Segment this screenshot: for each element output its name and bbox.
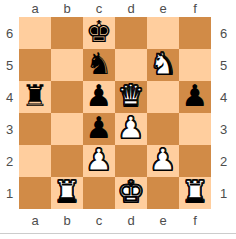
square-d6[interactable] [115,17,147,49]
piece-white-knight-e5[interactable]: ♞ [150,49,177,79]
square-a3[interactable] [19,113,51,145]
file-label-bottom-e: e [147,209,179,231]
file-label-top-a: a [19,0,51,17]
square-d2[interactable] [115,145,147,177]
square-c1[interactable] [83,177,115,209]
file-label-top-b: b [51,0,83,17]
square-a2[interactable] [19,145,51,177]
square-e6[interactable] [147,17,179,49]
square-f3[interactable] [179,113,211,145]
square-f2[interactable] [179,145,211,177]
square-d3[interactable]: ♟ [115,113,147,145]
square-e5[interactable]: ♞ [147,49,179,81]
file-label-bottom-b: b [51,209,83,231]
file-label-bottom-c: c [83,209,115,231]
piece-white-rook-b1[interactable]: ♜ [54,177,81,207]
piece-white-king-d1[interactable]: ♚ [118,177,145,207]
piece-white-pawn-c2[interactable]: ♟ [86,145,113,175]
square-c4[interactable]: ♟ [83,81,115,113]
square-f6[interactable] [179,17,211,49]
piece-black-pawn-c3[interactable]: ♟ [86,113,113,143]
square-f4[interactable]: ♟ [179,81,211,113]
rank-label-right-5: 5 [211,49,236,81]
square-b5[interactable] [51,49,83,81]
piece-white-pawn-e2[interactable]: ♟ [150,145,177,175]
piece-black-king-c6[interactable]: ♚ [86,17,113,47]
piece-black-rook-a4[interactable]: ♜ [22,81,49,111]
rank-label-right-2: 2 [211,145,236,177]
square-e2[interactable]: ♟ [147,145,179,177]
file-label-bottom-d: d [115,209,147,231]
square-f5[interactable] [179,49,211,81]
rank-label-right-1: 1 [211,177,236,209]
square-b2[interactable] [51,145,83,177]
piece-black-pawn-f4[interactable]: ♟ [182,81,209,111]
square-d4[interactable]: ♛ [115,81,147,113]
piece-white-rook-f1[interactable]: ♜ [182,177,209,207]
square-f1[interactable]: ♜ [179,177,211,209]
rank-label-left-1: 1 [0,177,19,209]
square-a4[interactable]: ♜ [19,81,51,113]
piece-black-knight-c5[interactable]: ♞ [86,49,113,79]
square-e4[interactable] [147,81,179,113]
rank-label-left-4: 4 [0,81,19,113]
piece-white-queen-d4[interactable]: ♛ [118,81,145,111]
square-b6[interactable] [51,17,83,49]
rank-labels-left: 654321 [0,17,19,209]
file-label-bottom-a: a [19,209,51,231]
divider-line [0,233,236,234]
file-label-top-e: e [147,0,179,17]
square-d1[interactable]: ♚ [115,177,147,209]
square-d5[interactable] [115,49,147,81]
file-label-top-f: f [179,0,211,17]
square-b3[interactable] [51,113,83,145]
rank-label-left-2: 2 [0,145,19,177]
square-a6[interactable] [19,17,51,49]
rank-label-left-5: 5 [0,49,19,81]
square-c2[interactable]: ♟ [83,145,115,177]
rank-label-right-3: 3 [211,113,236,145]
square-b4[interactable] [51,81,83,113]
rank-label-left-6: 6 [0,17,19,49]
square-c6[interactable]: ♚ [83,17,115,49]
square-c3[interactable]: ♟ [83,113,115,145]
rank-label-right-6: 6 [211,17,236,49]
square-c5[interactable]: ♞ [83,49,115,81]
file-label-top-d: d [115,0,147,17]
piece-black-pawn-c4[interactable]: ♟ [86,81,113,111]
square-b1[interactable]: ♜ [51,177,83,209]
file-labels-bottom: abcdef [19,209,211,231]
square-e1[interactable] [147,177,179,209]
chess-diagram: abcdef 654321 ♚♞♞♜♟♛♟♟♟♟♟♜♚♜ 654321 abcd… [0,0,236,239]
rank-label-right-4: 4 [211,81,236,113]
chess-board: ♚♞♞♜♟♛♟♟♟♟♟♜♚♜ [19,17,211,209]
file-labels-top: abcdef [19,0,211,17]
rank-labels-right: 654321 [211,17,236,209]
rank-label-left-3: 3 [0,113,19,145]
piece-white-pawn-d3[interactable]: ♟ [118,113,145,143]
square-a5[interactable] [19,49,51,81]
square-e3[interactable] [147,113,179,145]
square-a1[interactable] [19,177,51,209]
file-label-bottom-f: f [179,209,211,231]
